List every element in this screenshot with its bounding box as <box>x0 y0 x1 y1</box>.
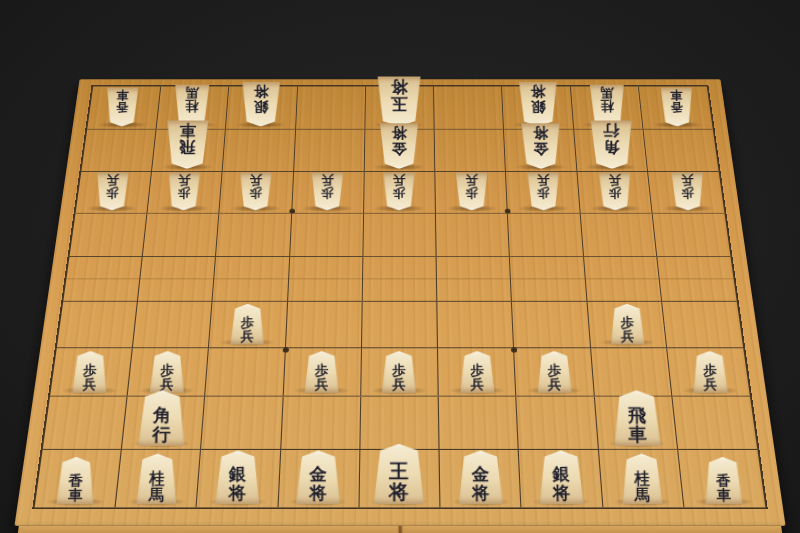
photo-background: 香車桂馬銀将玉将銀将桂馬香車飛車金将金将角行歩兵歩兵歩兵歩兵歩兵歩兵歩兵歩兵歩兵… <box>0 0 800 533</box>
piece-gote-silver[interactable]: 銀将 <box>518 83 558 128</box>
square-7d[interactable] <box>216 214 291 257</box>
square-4f[interactable] <box>437 302 514 349</box>
square-5e[interactable] <box>363 257 438 302</box>
piece-sente-pawn[interactable]: 歩兵 <box>149 352 185 394</box>
square-4h[interactable] <box>439 397 519 450</box>
square-2d[interactable] <box>580 214 657 257</box>
piece-gote-pawn[interactable]: 歩兵 <box>167 173 201 211</box>
square-6i[interactable]: 金将 <box>278 450 360 508</box>
piece-sente-knight[interactable]: 桂馬 <box>135 454 178 505</box>
square-9f[interactable] <box>57 302 138 349</box>
square-2c[interactable]: 歩兵 <box>577 172 652 214</box>
square-8f[interactable] <box>133 302 213 349</box>
piece-sente-rook[interactable]: 飛車 <box>612 391 661 447</box>
square-9d[interactable] <box>70 214 148 257</box>
square-8i[interactable]: 桂馬 <box>116 450 202 508</box>
piece-sente-pawn[interactable]: 歩兵 <box>230 304 265 345</box>
square-3d[interactable] <box>508 214 583 257</box>
piece-gote-pawn[interactable]: 歩兵 <box>527 173 560 211</box>
piece-sente-pawn[interactable]: 歩兵 <box>459 352 495 394</box>
square-4c[interactable]: 歩兵 <box>435 172 508 214</box>
square-1d[interactable] <box>652 214 730 257</box>
square-8d[interactable] <box>143 214 220 257</box>
square-5g[interactable]: 歩兵 <box>361 349 439 397</box>
square-4d[interactable] <box>436 214 510 257</box>
piece-sente-knight[interactable]: 桂馬 <box>621 454 664 505</box>
piece-gote-pawn[interactable]: 歩兵 <box>383 173 416 211</box>
square-3b[interactable]: 金将 <box>504 130 577 172</box>
square-6h[interactable] <box>281 397 361 450</box>
square-5b[interactable]: 金将 <box>365 130 436 172</box>
piece-gote-pawn[interactable]: 歩兵 <box>598 173 632 211</box>
square-8b[interactable]: 飛車 <box>152 130 226 172</box>
piece-gote-silver[interactable]: 銀将 <box>241 83 281 128</box>
square-7h[interactable] <box>201 397 283 450</box>
square-6e[interactable] <box>288 257 364 302</box>
piece-sente-silver[interactable]: 銀将 <box>214 451 261 505</box>
square-1b[interactable] <box>643 130 718 172</box>
square-8h[interactable]: 角行 <box>122 397 206 450</box>
square-4a[interactable] <box>434 87 504 130</box>
square-5h[interactable] <box>360 397 439 450</box>
piece-gote-gold[interactable]: 金将 <box>520 124 561 170</box>
square-7a[interactable]: 銀将 <box>226 87 298 130</box>
square-4i[interactable]: 金将 <box>440 450 522 508</box>
board-grid: 香車桂馬銀将玉将銀将桂馬香車飛車金将金将角行歩兵歩兵歩兵歩兵歩兵歩兵歩兵歩兵歩兵… <box>32 86 768 510</box>
piece-sente-lance[interactable]: 香車 <box>56 458 96 505</box>
square-1c[interactable]: 歩兵 <box>648 172 725 214</box>
square-9g[interactable]: 歩兵 <box>50 349 133 397</box>
square-4g[interactable]: 歩兵 <box>438 349 517 397</box>
piece-gote-pawn[interactable]: 歩兵 <box>455 173 488 211</box>
square-1e[interactable] <box>657 257 737 302</box>
square-9a[interactable]: 香車 <box>87 87 161 130</box>
piece-sente-lance[interactable]: 香車 <box>704 458 744 505</box>
square-6g[interactable]: 歩兵 <box>283 349 362 397</box>
square-3f[interactable] <box>512 302 590 349</box>
piece-sente-pawn[interactable]: 歩兵 <box>610 304 646 345</box>
square-7i[interactable]: 銀将 <box>197 450 281 508</box>
square-6c[interactable]: 歩兵 <box>292 172 365 214</box>
piece-sente-silver[interactable]: 銀将 <box>538 451 585 505</box>
square-3g[interactable]: 歩兵 <box>514 349 594 397</box>
square-1f[interactable] <box>662 302 743 349</box>
square-2b[interactable]: 角行 <box>574 130 648 172</box>
piece-sente-pawn[interactable]: 歩兵 <box>71 352 108 394</box>
square-7c[interactable]: 歩兵 <box>220 172 294 214</box>
board-front-edge <box>17 526 784 533</box>
piece-sente-pawn[interactable]: 歩兵 <box>382 352 418 394</box>
square-1a[interactable]: 香車 <box>639 87 713 130</box>
piece-gote-pawn[interactable]: 歩兵 <box>311 173 344 211</box>
square-8c[interactable]: 歩兵 <box>148 172 223 214</box>
square-5d[interactable] <box>363 214 436 257</box>
square-2i[interactable]: 桂馬 <box>599 450 685 508</box>
square-2f[interactable]: 歩兵 <box>587 302 667 349</box>
piece-gote-pawn[interactable]: 歩兵 <box>95 173 129 211</box>
square-6a[interactable] <box>296 87 366 130</box>
square-4b[interactable] <box>435 130 506 172</box>
square-9c[interactable]: 歩兵 <box>76 172 153 214</box>
piece-sente-gold[interactable]: 金将 <box>457 451 503 505</box>
square-3i[interactable]: 銀将 <box>519 450 603 508</box>
piece-gote-rook[interactable]: 飛車 <box>166 121 210 169</box>
square-6f[interactable] <box>286 302 363 349</box>
piece-gote-lance[interactable]: 香車 <box>660 88 694 127</box>
square-9i[interactable]: 香車 <box>35 450 122 508</box>
piece-gote-king[interactable]: 玉将 <box>377 77 422 127</box>
square-9e[interactable] <box>63 257 143 302</box>
piece-gote-lance[interactable]: 香車 <box>106 88 140 127</box>
square-7f[interactable]: 歩兵 <box>209 302 287 349</box>
piece-gote-pawn[interactable]: 歩兵 <box>671 173 705 211</box>
square-1i[interactable]: 香車 <box>678 450 765 508</box>
piece-sente-pawn[interactable]: 歩兵 <box>692 352 729 394</box>
square-1g[interactable]: 歩兵 <box>667 349 750 397</box>
board-perspective-wrap: 香車桂馬銀将玉将銀将桂馬香車飛車金将金将角行歩兵歩兵歩兵歩兵歩兵歩兵歩兵歩兵歩兵… <box>14 80 785 526</box>
shogi-board: 香車桂馬銀将玉将銀将桂馬香車飛車金将金将角行歩兵歩兵歩兵歩兵歩兵歩兵歩兵歩兵歩兵… <box>14 80 785 526</box>
square-4e[interactable] <box>437 257 513 302</box>
square-2e[interactable] <box>584 257 662 302</box>
square-6d[interactable] <box>290 214 364 257</box>
square-9b[interactable] <box>81 130 156 172</box>
piece-gote-bishop[interactable]: 角行 <box>589 121 633 169</box>
square-2h[interactable]: 飛車 <box>594 397 678 450</box>
square-7b[interactable] <box>223 130 296 172</box>
piece-gote-pawn[interactable]: 歩兵 <box>239 173 272 211</box>
square-8e[interactable] <box>138 257 216 302</box>
piece-sente-king[interactable]: 王将 <box>373 444 425 504</box>
square-3e[interactable] <box>510 257 587 302</box>
piece-gote-gold[interactable]: 金将 <box>379 124 419 170</box>
square-3c[interactable]: 歩兵 <box>506 172 580 214</box>
piece-sente-pawn[interactable]: 歩兵 <box>536 352 572 394</box>
square-7g[interactable] <box>206 349 286 397</box>
piece-sente-pawn[interactable]: 歩兵 <box>304 352 340 394</box>
piece-sente-gold[interactable]: 金将 <box>295 451 341 505</box>
square-5i[interactable]: 王将 <box>359 450 440 508</box>
square-7e[interactable] <box>213 257 290 302</box>
square-6b[interactable] <box>294 130 365 172</box>
square-5c[interactable]: 歩兵 <box>364 172 436 214</box>
square-9h[interactable] <box>43 397 128 450</box>
square-5f[interactable] <box>362 302 438 349</box>
square-1h[interactable] <box>672 397 757 450</box>
piece-sente-bishop[interactable]: 角行 <box>138 391 187 447</box>
square-3h[interactable] <box>517 397 599 450</box>
